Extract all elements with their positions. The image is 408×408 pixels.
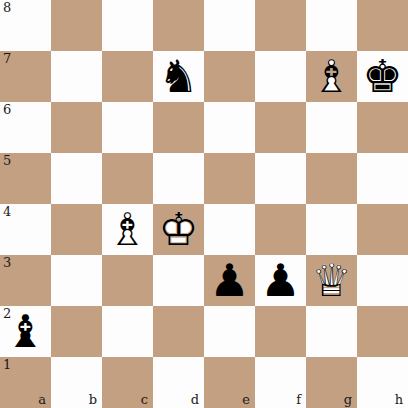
square-g6[interactable]: [306, 102, 357, 153]
square-b6[interactable]: [51, 102, 102, 153]
square-a8[interactable]: [0, 0, 51, 51]
square-g8[interactable]: [306, 0, 357, 51]
square-f7[interactable]: [255, 51, 306, 102]
square-a5[interactable]: [0, 153, 51, 204]
black-king-glyph: ♚: [357, 51, 408, 102]
square-f1[interactable]: [255, 357, 306, 408]
square-a4[interactable]: [0, 204, 51, 255]
white-bishop-glyph: ♗: [306, 51, 357, 102]
white-king[interactable]: ♚♔: [153, 204, 204, 255]
black-bishop[interactable]: ♝: [0, 306, 51, 357]
square-g2[interactable]: [306, 306, 357, 357]
square-e7[interactable]: [204, 51, 255, 102]
square-e2[interactable]: [204, 306, 255, 357]
square-f3[interactable]: ♟: [255, 255, 306, 306]
black-king[interactable]: ♚: [357, 51, 408, 102]
square-h1[interactable]: [357, 357, 408, 408]
white-bishop-glyph: ♗: [102, 204, 153, 255]
square-a7[interactable]: [0, 51, 51, 102]
square-e3[interactable]: ♟: [204, 255, 255, 306]
square-h8[interactable]: [357, 0, 408, 51]
square-d7[interactable]: ♞: [153, 51, 204, 102]
square-a1[interactable]: [0, 357, 51, 408]
square-e5[interactable]: [204, 153, 255, 204]
square-f8[interactable]: [255, 0, 306, 51]
square-b5[interactable]: [51, 153, 102, 204]
black-knight[interactable]: ♞: [153, 51, 204, 102]
square-c5[interactable]: [102, 153, 153, 204]
square-f2[interactable]: [255, 306, 306, 357]
square-b7[interactable]: [51, 51, 102, 102]
square-e8[interactable]: [204, 0, 255, 51]
square-a3[interactable]: [0, 255, 51, 306]
square-h2[interactable]: [357, 306, 408, 357]
square-f4[interactable]: [255, 204, 306, 255]
square-g7[interactable]: ♝♗: [306, 51, 357, 102]
square-f6[interactable]: [255, 102, 306, 153]
black-pawn-glyph: ♟: [204, 255, 255, 306]
square-b1[interactable]: [51, 357, 102, 408]
square-g1[interactable]: [306, 357, 357, 408]
black-pawn[interactable]: ♟: [255, 255, 306, 306]
square-b4[interactable]: [51, 204, 102, 255]
square-f5[interactable]: [255, 153, 306, 204]
square-d5[interactable]: [153, 153, 204, 204]
white-bishop[interactable]: ♝♗: [102, 204, 153, 255]
square-h5[interactable]: [357, 153, 408, 204]
square-b8[interactable]: [51, 0, 102, 51]
square-c6[interactable]: [102, 102, 153, 153]
square-d4[interactable]: ♚♔: [153, 204, 204, 255]
square-d6[interactable]: [153, 102, 204, 153]
black-bishop-glyph: ♝: [0, 306, 51, 357]
square-e4[interactable]: [204, 204, 255, 255]
white-bishop[interactable]: ♝♗: [306, 51, 357, 102]
white-queen-glyph: ♕: [306, 255, 357, 306]
square-d2[interactable]: [153, 306, 204, 357]
square-e6[interactable]: [204, 102, 255, 153]
black-pawn-glyph: ♟: [255, 255, 306, 306]
square-b2[interactable]: [51, 306, 102, 357]
square-d3[interactable]: [153, 255, 204, 306]
white-queen[interactable]: ♛♕: [306, 255, 357, 306]
black-knight-glyph: ♞: [153, 51, 204, 102]
square-b3[interactable]: [51, 255, 102, 306]
white-king-glyph: ♔: [153, 204, 204, 255]
square-e1[interactable]: [204, 357, 255, 408]
square-g3[interactable]: ♛♕: [306, 255, 357, 306]
black-pawn[interactable]: ♟: [204, 255, 255, 306]
square-d1[interactable]: [153, 357, 204, 408]
square-a6[interactable]: [0, 102, 51, 153]
square-a2[interactable]: ♝: [0, 306, 51, 357]
chess-board: ♞♝♗♚♝♗♚♔♟♟♛♕♝87654321abcdefgh: [0, 0, 408, 408]
square-g4[interactable]: [306, 204, 357, 255]
square-c8[interactable]: [102, 0, 153, 51]
square-c3[interactable]: [102, 255, 153, 306]
square-c1[interactable]: [102, 357, 153, 408]
square-h3[interactable]: [357, 255, 408, 306]
square-c2[interactable]: [102, 306, 153, 357]
square-h6[interactable]: [357, 102, 408, 153]
square-h4[interactable]: [357, 204, 408, 255]
square-g5[interactable]: [306, 153, 357, 204]
square-c4[interactable]: ♝♗: [102, 204, 153, 255]
square-c7[interactable]: [102, 51, 153, 102]
square-d8[interactable]: [153, 0, 204, 51]
square-h7[interactable]: ♚: [357, 51, 408, 102]
